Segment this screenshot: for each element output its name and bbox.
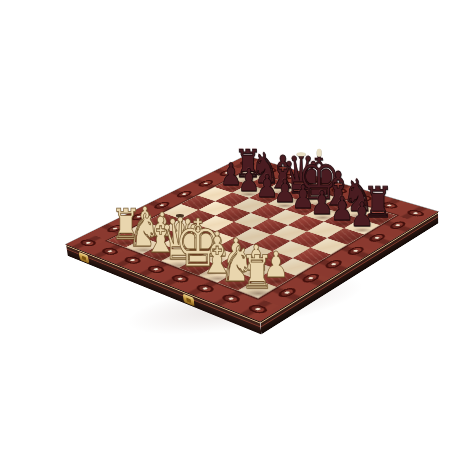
square-g2 bbox=[237, 261, 275, 279]
square-b1 bbox=[125, 237, 161, 253]
square-d1 bbox=[161, 251, 198, 268]
board-perspective-wrapper bbox=[109, 85, 395, 371]
square-g5 bbox=[290, 231, 327, 247]
square-h2 bbox=[256, 268, 295, 286]
square-e1 bbox=[179, 257, 217, 275]
square-e3 bbox=[217, 238, 254, 255]
square-d2 bbox=[180, 241, 217, 258]
square-c1 bbox=[143, 244, 180, 261]
square-f5 bbox=[271, 225, 307, 241]
square-h1 bbox=[238, 279, 277, 298]
chess-set-photo: ♜♞♝♛♚♝♞♜♟♟♟♟♟♟♟♟♟♟♟♟♟♟♟♟♜♞♝♛♚♝♞♜ bbox=[0, 0, 473, 473]
square-f1 bbox=[198, 264, 236, 282]
square-f4 bbox=[253, 234, 290, 251]
square-f2 bbox=[217, 254, 255, 271]
square-h6 bbox=[327, 228, 364, 244]
square-e4 bbox=[235, 228, 271, 244]
square-g3 bbox=[255, 251, 293, 268]
square-h7 bbox=[344, 219, 380, 235]
square-g6 bbox=[307, 222, 343, 238]
square-h4 bbox=[293, 248, 331, 265]
square-f3 bbox=[235, 244, 272, 261]
square-h5 bbox=[310, 238, 347, 255]
square-d3 bbox=[198, 231, 234, 247]
square-g1 bbox=[218, 272, 257, 290]
square-c2 bbox=[162, 234, 198, 250]
square-e2 bbox=[198, 247, 235, 264]
square-g4 bbox=[273, 241, 310, 258]
square-h3 bbox=[275, 258, 313, 276]
